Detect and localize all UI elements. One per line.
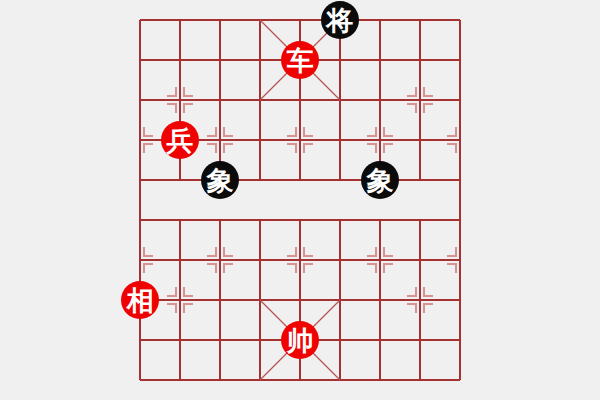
piece-black-elephant-left[interactable]: 象 (201, 161, 239, 199)
piece-black-general[interactable]: 将 (321, 1, 359, 39)
piece-red-soldier[interactable]: 兵 (161, 121, 199, 159)
xiangqi-board[interactable]: 将车兵象象相帅 (0, 0, 600, 400)
piece-red-general[interactable]: 帅 (281, 321, 319, 359)
piece-black-elephant-right[interactable]: 象 (361, 161, 399, 199)
piece-red-chariot[interactable]: 车 (281, 41, 319, 79)
piece-red-elephant[interactable]: 相 (121, 281, 159, 319)
